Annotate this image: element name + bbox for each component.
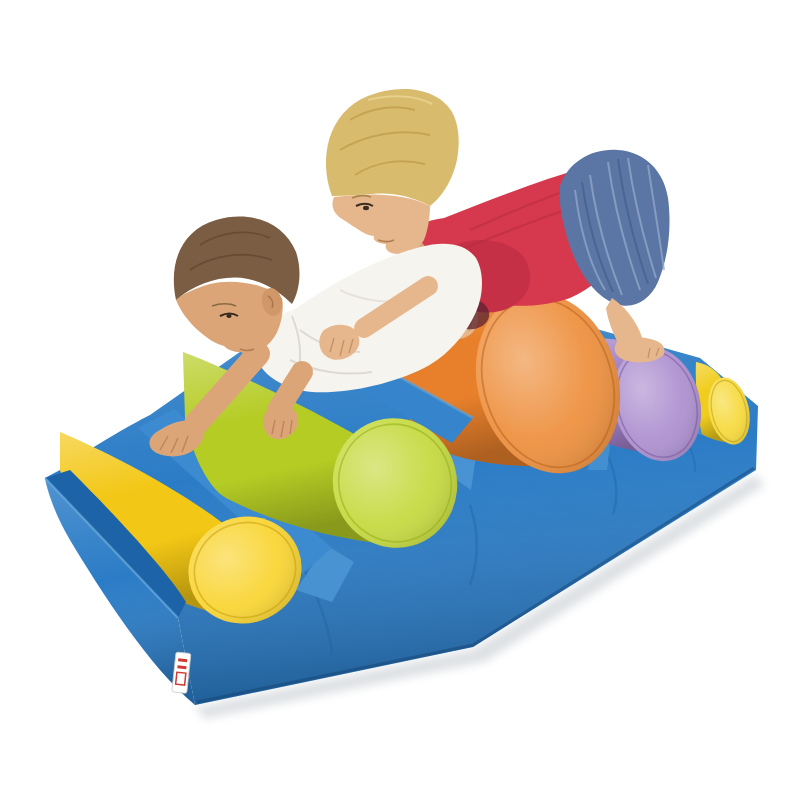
- product-photo: E: [0, 0, 800, 800]
- toddler-iris: [226, 314, 231, 318]
- scene-illustration: E: [0, 0, 800, 800]
- older-boy-iris: [363, 206, 369, 210]
